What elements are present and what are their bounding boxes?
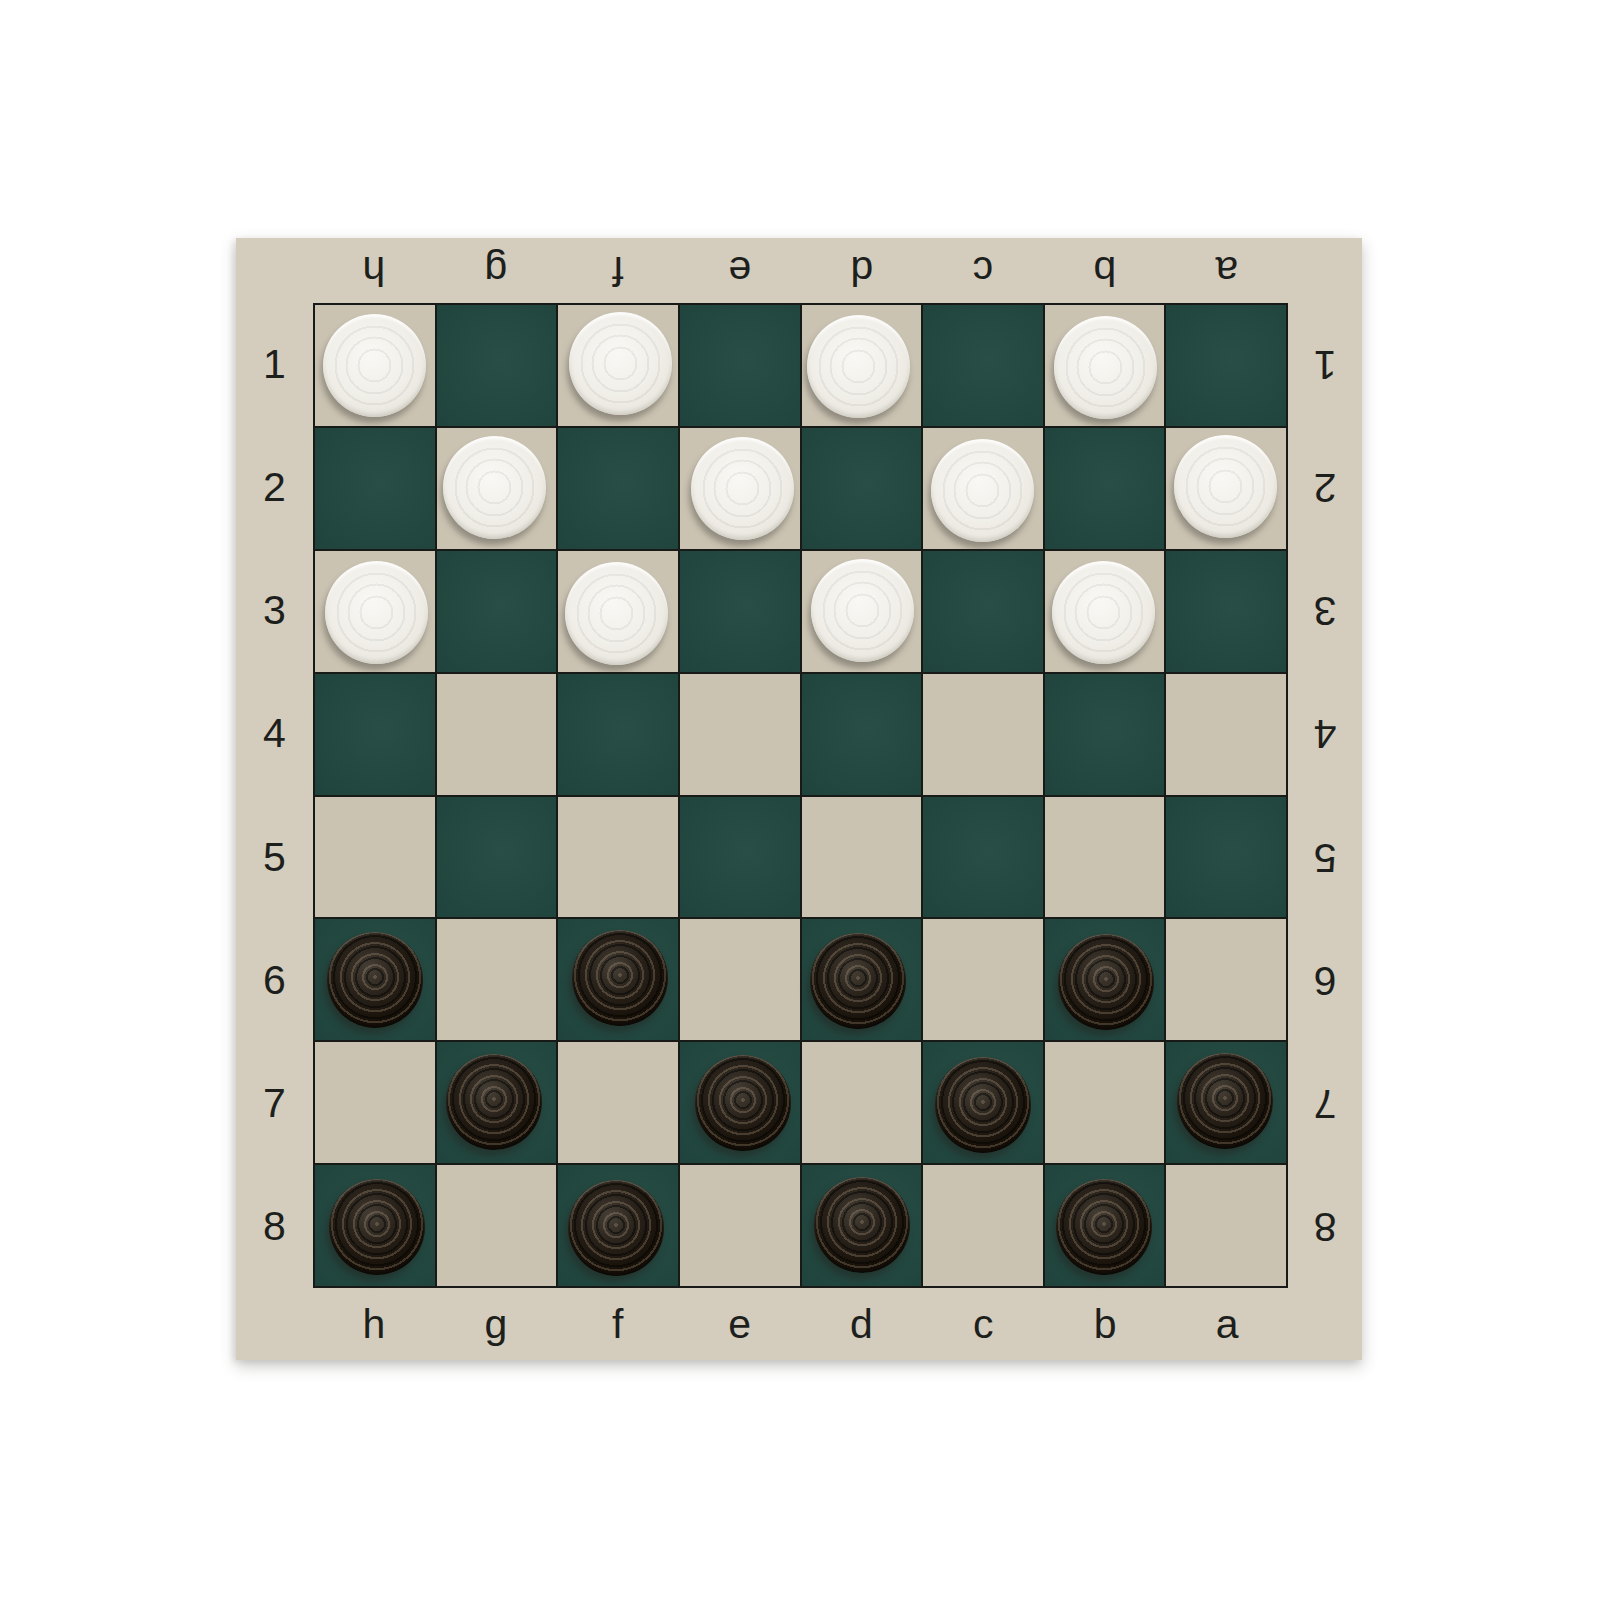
file-top-label-a: a: [1166, 238, 1288, 303]
square-e2[interactable]: [680, 428, 800, 549]
file-top-label-f: f: [557, 238, 679, 303]
square-e6[interactable]: [680, 919, 800, 1040]
square-d4[interactable]: [802, 674, 922, 795]
white-checker-e2[interactable]: [691, 437, 794, 540]
square-c7[interactable]: [923, 1042, 1043, 1163]
white-checker-g2[interactable]: [443, 436, 546, 539]
square-a7[interactable]: [1166, 1042, 1286, 1163]
white-checker-a2[interactable]: [1174, 435, 1277, 538]
square-h3[interactable]: [315, 551, 435, 672]
square-e8[interactable]: [680, 1165, 800, 1286]
rank-left-label-4: 4: [236, 672, 313, 795]
square-c8[interactable]: [923, 1165, 1043, 1286]
rank-right-label-4: 4: [1288, 672, 1362, 795]
square-a1[interactable]: [1166, 305, 1286, 426]
square-a8[interactable]: [1166, 1165, 1286, 1286]
white-checker-c2[interactable]: [931, 439, 1034, 542]
file-bottom-label-f: f: [557, 1288, 679, 1360]
file-top-label-h: h: [313, 238, 435, 303]
square-a6[interactable]: [1166, 919, 1286, 1040]
square-f2[interactable]: [558, 428, 678, 549]
file-bottom-label-e: e: [679, 1288, 801, 1360]
square-e1[interactable]: [680, 305, 800, 426]
square-d2[interactable]: [802, 428, 922, 549]
square-b8[interactable]: [1045, 1165, 1165, 1286]
white-checker-b1[interactable]: [1054, 316, 1157, 419]
file-bottom-label-g: g: [435, 1288, 557, 1360]
square-f6[interactable]: [558, 919, 678, 1040]
black-checker-d6[interactable]: [810, 933, 906, 1029]
square-g4[interactable]: [437, 674, 557, 795]
square-d1[interactable]: [802, 305, 922, 426]
square-b7[interactable]: [1045, 1042, 1165, 1163]
white-checker-h3[interactable]: [325, 561, 428, 664]
file-top-label-g: g: [435, 238, 557, 303]
file-labels-top: hgfedcba: [313, 238, 1288, 303]
file-bottom-label-h: h: [313, 1288, 435, 1360]
black-checker-d8[interactable]: [814, 1177, 910, 1273]
rank-right-label-3: 3: [1288, 549, 1362, 672]
square-d5[interactable]: [802, 797, 922, 918]
square-c4[interactable]: [923, 674, 1043, 795]
square-c2[interactable]: [923, 428, 1043, 549]
black-checker-b6[interactable]: [1058, 934, 1154, 1030]
black-checker-b8[interactable]: [1056, 1179, 1152, 1275]
square-f1[interactable]: [558, 305, 678, 426]
file-top-label-c: c: [922, 238, 1044, 303]
square-f3[interactable]: [558, 551, 678, 672]
square-h5[interactable]: [315, 797, 435, 918]
square-c1[interactable]: [923, 305, 1043, 426]
square-b1[interactable]: [1045, 305, 1165, 426]
square-g1[interactable]: [437, 305, 557, 426]
square-b5[interactable]: [1045, 797, 1165, 918]
square-h6[interactable]: [315, 919, 435, 1040]
rank-right-label-8: 8: [1288, 1165, 1362, 1288]
file-bottom-label-a: a: [1166, 1288, 1288, 1360]
file-top-label-b: b: [1044, 238, 1166, 303]
file-labels-bottom: hgfedcba: [313, 1288, 1288, 1360]
square-d8[interactable]: [802, 1165, 922, 1286]
file-bottom-label-c: c: [922, 1288, 1044, 1360]
rank-right-label-5: 5: [1288, 796, 1362, 919]
file-top-label-d: d: [801, 238, 923, 303]
square-a3[interactable]: [1166, 551, 1286, 672]
square-c6[interactable]: [923, 919, 1043, 1040]
black-checker-h8[interactable]: [329, 1179, 425, 1275]
square-g6[interactable]: [437, 919, 557, 1040]
square-d3[interactable]: [802, 551, 922, 672]
square-e5[interactable]: [680, 797, 800, 918]
square-g2[interactable]: [437, 428, 557, 549]
white-checker-d1[interactable]: [807, 315, 910, 418]
file-bottom-label-d: d: [801, 1288, 923, 1360]
black-checker-a7[interactable]: [1177, 1053, 1273, 1149]
black-checker-f8[interactable]: [568, 1180, 664, 1276]
rank-left-label-6: 6: [236, 919, 313, 1042]
rank-left-label-2: 2: [236, 426, 313, 549]
rank-left-label-1: 1: [236, 303, 313, 426]
rank-right-label-6: 6: [1288, 919, 1362, 1042]
square-a5[interactable]: [1166, 797, 1286, 918]
black-checker-c7[interactable]: [935, 1057, 1031, 1153]
square-g8[interactable]: [437, 1165, 557, 1286]
rank-right-label-7: 7: [1288, 1042, 1362, 1165]
square-h8[interactable]: [315, 1165, 435, 1286]
square-h4[interactable]: [315, 674, 435, 795]
square-g7[interactable]: [437, 1042, 557, 1163]
black-checker-g7[interactable]: [446, 1054, 542, 1150]
white-checker-d3[interactable]: [811, 559, 914, 662]
rank-left-label-5: 5: [236, 796, 313, 919]
square-c5[interactable]: [923, 797, 1043, 918]
square-g3[interactable]: [437, 551, 557, 672]
square-h2[interactable]: [315, 428, 435, 549]
square-e7[interactable]: [680, 1042, 800, 1163]
square-a4[interactable]: [1166, 674, 1286, 795]
file-bottom-label-b: b: [1044, 1288, 1166, 1360]
square-f5[interactable]: [558, 797, 678, 918]
white-checker-f3[interactable]: [565, 562, 668, 665]
square-f7[interactable]: [558, 1042, 678, 1163]
square-h1[interactable]: [315, 305, 435, 426]
square-g5[interactable]: [437, 797, 557, 918]
rank-right-label-2: 2: [1288, 426, 1362, 549]
square-d7[interactable]: [802, 1042, 922, 1163]
white-checker-f1[interactable]: [569, 312, 672, 415]
square-d6[interactable]: [802, 919, 922, 1040]
rank-left-label-7: 7: [236, 1042, 313, 1165]
square-f4[interactable]: [558, 674, 678, 795]
square-a2[interactable]: [1166, 428, 1286, 549]
black-checker-h6[interactable]: [327, 932, 423, 1028]
square-c3[interactable]: [923, 551, 1043, 672]
square-b6[interactable]: [1045, 919, 1165, 1040]
rank-labels-left: 12345678: [236, 303, 313, 1288]
rank-left-label-8: 8: [236, 1165, 313, 1288]
rank-right-label-1: 1: [1288, 303, 1362, 426]
white-checker-b3[interactable]: [1052, 561, 1155, 664]
square-e4[interactable]: [680, 674, 800, 795]
black-checker-f6[interactable]: [572, 930, 668, 1026]
board-mat: hgfedcba 12345678 12345678 hgfedcba: [236, 238, 1362, 1360]
checkers-board: [313, 303, 1288, 1288]
white-checker-h1[interactable]: [323, 314, 426, 417]
file-top-label-e: e: [679, 238, 801, 303]
rank-left-label-3: 3: [236, 549, 313, 672]
square-b2[interactable]: [1045, 428, 1165, 549]
square-h7[interactable]: [315, 1042, 435, 1163]
rank-labels-right: 12345678: [1288, 303, 1362, 1288]
square-e3[interactable]: [680, 551, 800, 672]
photo-background: hgfedcba 12345678 12345678 hgfedcba: [0, 0, 1601, 1601]
square-b4[interactable]: [1045, 674, 1165, 795]
square-b3[interactable]: [1045, 551, 1165, 672]
black-checker-e7[interactable]: [695, 1055, 791, 1151]
square-f8[interactable]: [558, 1165, 678, 1286]
